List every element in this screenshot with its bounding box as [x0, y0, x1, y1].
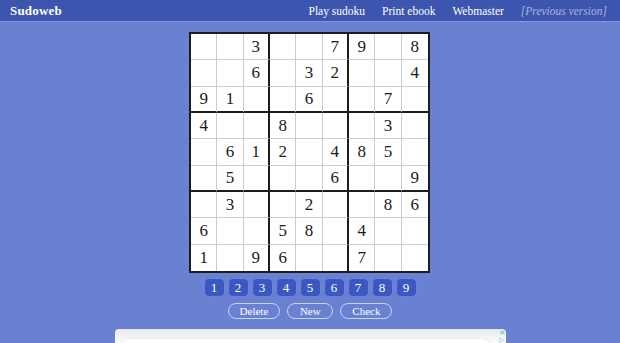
check-button[interactable]: Check [340, 303, 392, 319]
site-logo: Sudoweb [10, 3, 62, 19]
sudoku-cell[interactable] [191, 60, 217, 86]
sudoku-cell[interactable]: 3 [296, 60, 322, 86]
sudoku-cell[interactable] [270, 192, 296, 218]
sudoku-cell[interactable]: 3 [375, 113, 401, 139]
numpad-button-4[interactable]: 4 [276, 278, 297, 297]
sudoku-cell[interactable] [375, 34, 401, 60]
sudoku-cell[interactable] [217, 60, 243, 86]
sudoku-cell[interactable] [402, 139, 428, 165]
sudoku-cell[interactable] [296, 113, 322, 139]
sudoku-cell[interactable]: 4 [323, 139, 349, 165]
numpad: 123456789 [0, 278, 620, 297]
sudoku-cell[interactable]: 1 [217, 87, 243, 113]
sudoku-cell[interactable]: 6 [270, 245, 296, 271]
sudoku-cell[interactable] [349, 113, 375, 139]
sudoku-cell[interactable] [191, 139, 217, 165]
sudoku-cell[interactable]: 6 [296, 87, 322, 113]
sudoku-cell[interactable] [375, 245, 401, 271]
sudoku-cell[interactable]: 7 [375, 87, 401, 113]
numpad-button-8[interactable]: 8 [372, 278, 393, 297]
sudoku-cell[interactable] [244, 113, 270, 139]
sudoku-cell[interactable]: 9 [244, 245, 270, 271]
sudoku-cell[interactable] [270, 87, 296, 113]
sudoku-cell[interactable] [244, 87, 270, 113]
nav-previous-version[interactable]: [Previous version] [521, 5, 607, 17]
sudoku-cell[interactable]: 8 [375, 192, 401, 218]
ad-icons: ✕ ▷ [499, 330, 505, 343]
sudoku-cell[interactable]: 7 [323, 34, 349, 60]
sudoku-cell[interactable] [349, 60, 375, 86]
sudoku-cell[interactable] [375, 218, 401, 244]
adchoices-icon[interactable]: ▷ [499, 337, 504, 343]
sudoku-cell[interactable] [217, 113, 243, 139]
sudoku-cell[interactable] [296, 139, 322, 165]
sudoku-cell[interactable] [217, 218, 243, 244]
numpad-button-9[interactable]: 9 [396, 278, 417, 297]
sudoku-cell[interactable] [349, 192, 375, 218]
numpad-button-3[interactable]: 3 [252, 278, 273, 297]
sudoku-cell[interactable]: 6 [402, 192, 428, 218]
sudoku-cell[interactable]: 8 [402, 34, 428, 60]
sudoku-cell[interactable] [270, 166, 296, 192]
sudoku-cell[interactable]: 2 [270, 139, 296, 165]
numpad-button-7[interactable]: 7 [348, 278, 369, 297]
sudoku-board: 379863249167483612485569328665841967 [189, 32, 430, 273]
sudoku-cell[interactable]: 4 [349, 218, 375, 244]
sudoku-cell[interactable] [270, 34, 296, 60]
sudoku-cell[interactable]: 8 [270, 113, 296, 139]
sudoku-cell[interactable] [244, 192, 270, 218]
ad-content [121, 338, 490, 343]
sudoku-cell[interactable] [323, 113, 349, 139]
sudoku-cell[interactable] [349, 87, 375, 113]
sudoku-cell[interactable] [191, 192, 217, 218]
sudoku-cell[interactable]: 8 [296, 218, 322, 244]
new-button[interactable]: New [287, 303, 333, 319]
sudoku-cell[interactable] [375, 166, 401, 192]
sudoku-cell[interactable]: 6 [191, 218, 217, 244]
sudoku-cell[interactable] [296, 166, 322, 192]
numpad-button-1[interactable]: 1 [204, 278, 225, 297]
sudoku-cell[interactable]: 8 [349, 139, 375, 165]
sudoku-cell[interactable] [296, 34, 322, 60]
sudoku-cell[interactable]: 6 [244, 60, 270, 86]
sudoku-cell[interactable]: 2 [323, 60, 349, 86]
sudoku-cell[interactable]: 9 [191, 87, 217, 113]
sudoku-cell[interactable]: 1 [191, 245, 217, 271]
sudoku-cell[interactable]: 5 [217, 166, 243, 192]
sudoku-cell[interactable]: 3 [217, 192, 243, 218]
nav-webmaster[interactable]: Webmaster [452, 5, 503, 17]
sudoku-cell[interactable] [323, 218, 349, 244]
numpad-button-6[interactable]: 6 [324, 278, 345, 297]
header: Sudoweb Play sudoku Print ebook Webmaste… [0, 0, 620, 21]
nav: Play sudoku Print ebook Webmaster [Previ… [309, 5, 608, 17]
sudoku-cell[interactable] [270, 60, 296, 86]
sudoku-cell[interactable] [323, 87, 349, 113]
sudoku-cell[interactable] [323, 192, 349, 218]
sudoku-cell[interactable] [191, 34, 217, 60]
sudoku-cell[interactable] [244, 218, 270, 244]
sudoku-cell[interactable]: 9 [349, 34, 375, 60]
action-buttons: Delete New Check [0, 303, 620, 319]
sudoku-cell[interactable]: 9 [402, 166, 428, 192]
sudoku-cell[interactable] [402, 218, 428, 244]
nav-play-sudoku[interactable]: Play sudoku [309, 5, 366, 17]
numpad-button-2[interactable]: 2 [228, 278, 249, 297]
sudoku-cell[interactable]: 6 [323, 166, 349, 192]
sudoku-cell[interactable] [402, 245, 428, 271]
sudoku-cell[interactable]: 1 [244, 139, 270, 165]
sudoku-cell[interactable] [349, 166, 375, 192]
sudoku-cell[interactable] [191, 166, 217, 192]
nav-print-ebook[interactable]: Print ebook [382, 5, 435, 17]
sudoku-cell[interactable] [217, 245, 243, 271]
sudoku-cell[interactable] [402, 113, 428, 139]
sudoku-cell[interactable]: 5 [375, 139, 401, 165]
sudoku-cell[interactable] [296, 245, 322, 271]
sudoku-cell[interactable] [217, 34, 243, 60]
sudoku-cell[interactable]: 4 [191, 113, 217, 139]
sudoku-cell[interactable] [375, 60, 401, 86]
ad-banner: ✕ ▷ [115, 329, 506, 343]
delete-button[interactable]: Delete [228, 303, 281, 319]
sudoku-cell[interactable] [323, 245, 349, 271]
sudoku-cell[interactable]: 4 [402, 60, 428, 86]
sudoku-cell[interactable] [402, 87, 428, 113]
sudoku-cell[interactable]: 7 [349, 245, 375, 271]
sudoku-cell[interactable]: 2 [296, 192, 322, 218]
numpad-button-5[interactable]: 5 [300, 278, 321, 297]
sudoku-cell[interactable] [244, 166, 270, 192]
sudoku-cell[interactable]: 3 [244, 34, 270, 60]
sudoku-cell[interactable]: 6 [217, 139, 243, 165]
sudoku-cell[interactable]: 5 [270, 218, 296, 244]
